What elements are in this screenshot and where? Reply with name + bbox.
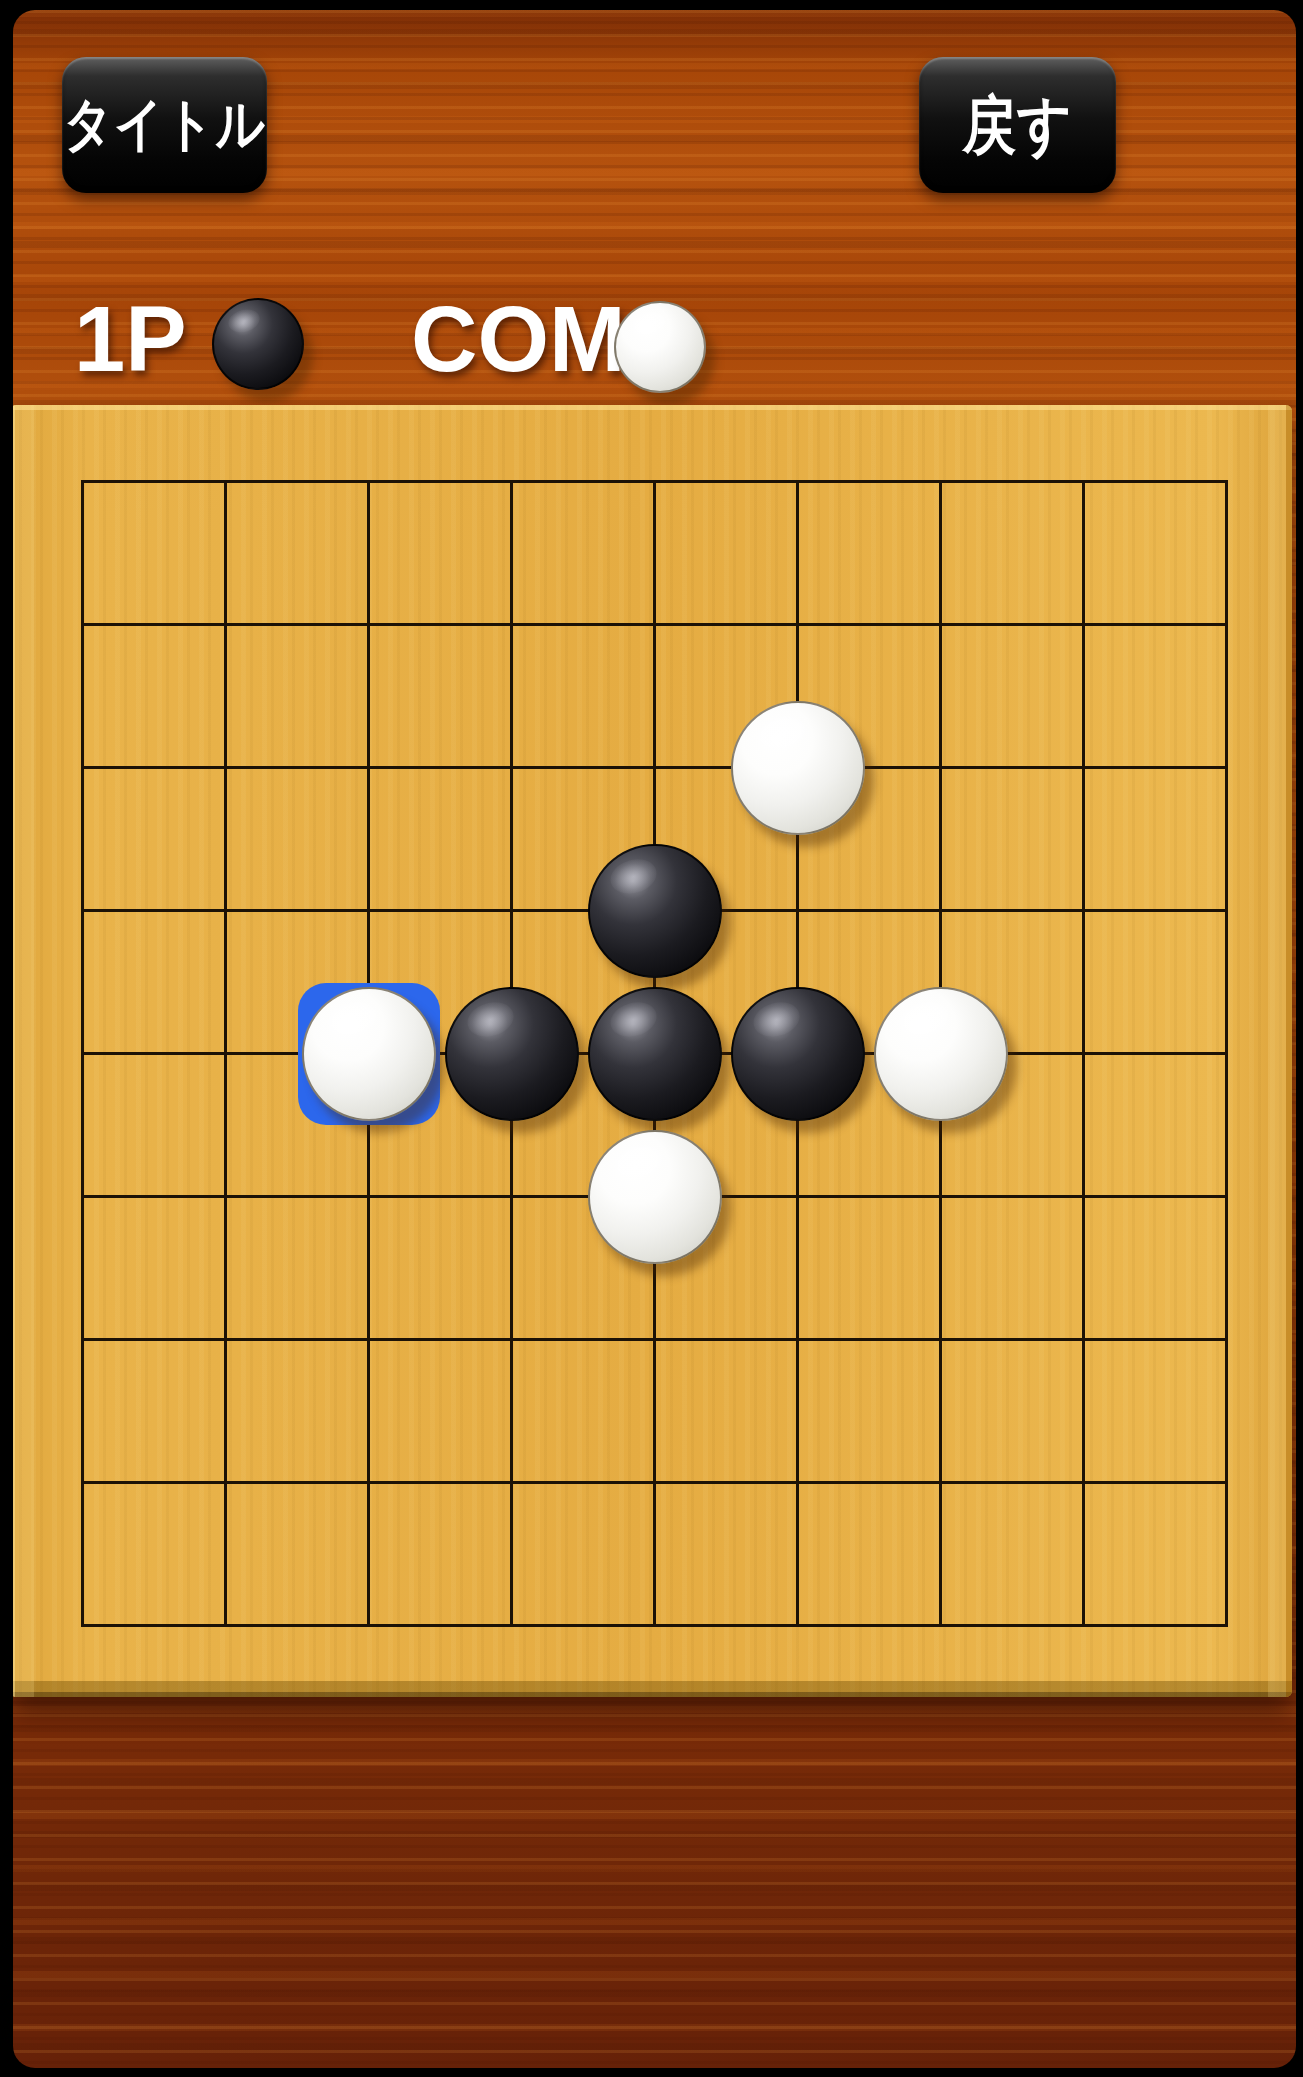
white-stone [731, 701, 865, 835]
white-stone [588, 1130, 722, 1264]
undo-button[interactable]: 戻す [919, 57, 1116, 193]
black-stone [588, 844, 722, 978]
com-label: COM [411, 289, 626, 389]
gomoku-board[interactable] [13, 405, 1292, 1697]
black-stone [445, 987, 579, 1121]
black-stone [731, 987, 865, 1121]
undo-button-label: 戻す [962, 82, 1072, 169]
white-stone [874, 987, 1008, 1121]
title-button-label: タイトル [63, 86, 266, 164]
white-stone [302, 987, 436, 1121]
com-white-stone-icon [614, 301, 706, 393]
black-stone [588, 987, 722, 1121]
title-button[interactable]: タイトル [62, 57, 267, 193]
player1-black-stone-icon [212, 298, 304, 390]
player1-label: 1P [74, 289, 187, 389]
app-screen: タイトル 戻す 1P COM [13, 10, 1296, 2068]
